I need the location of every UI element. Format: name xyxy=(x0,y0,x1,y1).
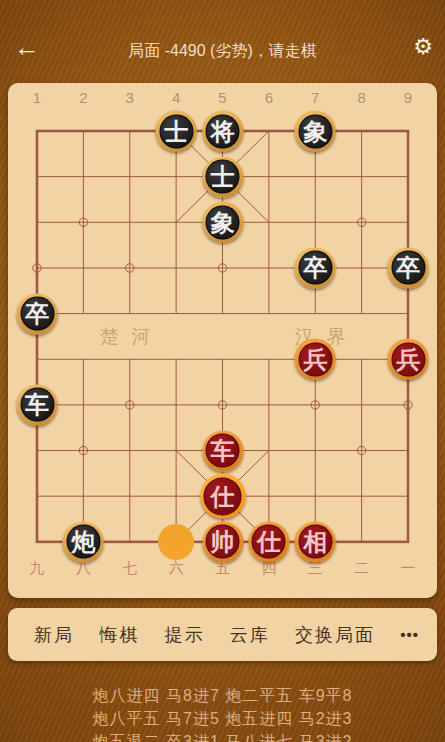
toolbar-item-2[interactable]: 悔棋 xyxy=(99,623,139,647)
file-label-bottom: 二 xyxy=(354,559,369,578)
file-number-top: 5 xyxy=(218,89,226,106)
piece-black-车[interactable]: 车 xyxy=(17,384,58,425)
piece-glyph: 将 xyxy=(206,114,240,148)
piece-black-士[interactable]: 士 xyxy=(156,111,197,152)
piece-glyph: 仕 xyxy=(252,525,286,559)
page-title: 局面 -4490 (劣势)，请走棋 xyxy=(0,41,445,62)
file-number-top: 1 xyxy=(33,89,41,106)
piece-glyph: 仕 xyxy=(204,477,242,515)
move-line: 炮八平五 马7进5 炮五进四 马2进3 xyxy=(0,707,445,730)
xiangqi-board[interactable]: 楚 河汉 界 123456789九八七六五四三二一 士将象士象卒卒卒兵兵车车仕炮… xyxy=(8,83,437,598)
piece-red-帅[interactable]: 帅 xyxy=(202,521,243,562)
piece-red-兵[interactable]: 兵 xyxy=(388,339,429,380)
file-label-bottom: 一 xyxy=(401,559,416,578)
piece-glyph: 兵 xyxy=(298,342,332,376)
file-number-top: 6 xyxy=(265,89,273,106)
piece-glyph: 相 xyxy=(298,525,332,559)
piece-red-相[interactable]: 相 xyxy=(295,521,336,562)
piece-glyph: 士 xyxy=(159,114,193,148)
file-label-bottom: 九 xyxy=(30,559,45,578)
piece-black-将[interactable]: 将 xyxy=(202,111,243,152)
piece-black-士[interactable]: 士 xyxy=(202,156,243,197)
piece-glyph: 卒 xyxy=(298,251,332,285)
toolbar-item-1[interactable]: 新局 xyxy=(34,623,74,647)
file-number-top: 9 xyxy=(404,89,412,106)
piece-glyph: 象 xyxy=(206,205,240,239)
piece-glyph: 象 xyxy=(298,114,332,148)
piece-black-象[interactable]: 象 xyxy=(202,202,243,243)
piece-glyph: 车 xyxy=(206,434,240,468)
move-line: 炮八进四 马8进7 炮二平五 车9平8 xyxy=(0,684,445,707)
file-number-top: 8 xyxy=(357,89,365,106)
settings-gear-icon[interactable]: ⚙ xyxy=(413,36,433,58)
piece-glyph: 兵 xyxy=(391,342,425,376)
bottom-toolbar: 新局悔棋提示云库交换局面••• xyxy=(8,608,437,661)
piece-black-卒[interactable]: 卒 xyxy=(295,247,336,288)
toolbar-item-3[interactable]: 提示 xyxy=(164,623,204,647)
piece-red-仕[interactable]: 仕 xyxy=(200,474,245,519)
top-bar: ← 局面 -4490 (劣势)，请走棋 ⚙ xyxy=(0,0,445,70)
piece-black-象[interactable]: 象 xyxy=(295,111,336,152)
piece-red-兵[interactable]: 兵 xyxy=(295,339,336,380)
file-label-bottom: 六 xyxy=(169,559,184,578)
piece-glyph: 士 xyxy=(206,160,240,194)
move-list: 炮八进四 马8进7 炮二平五 车9平8炮八平五 马7进5 炮五进四 马2进3炮五… xyxy=(0,684,445,742)
piece-black-卒[interactable]: 卒 xyxy=(388,247,429,288)
file-number-top: 3 xyxy=(126,89,134,106)
toolbar-more-button[interactable]: ••• xyxy=(400,626,419,643)
piece-black-炮[interactable]: 炮 xyxy=(63,521,104,562)
piece-glyph: 卒 xyxy=(20,297,54,331)
file-number-top: 2 xyxy=(79,89,87,106)
file-number-top: 4 xyxy=(172,89,180,106)
piece-glyph: 车 xyxy=(20,388,54,422)
file-label-bottom: 七 xyxy=(122,559,137,578)
last-move-from-marker xyxy=(158,524,194,560)
move-line: 炮五退二 卒3进1 马八进七 马3进2 xyxy=(0,730,445,742)
toolbar-item-4[interactable]: 云库 xyxy=(230,623,270,647)
piece-black-卒[interactable]: 卒 xyxy=(17,293,58,334)
river-text-left: 楚 河 xyxy=(100,326,155,347)
piece-glyph: 炮 xyxy=(66,525,100,559)
piece-glyph: 帅 xyxy=(206,525,240,559)
piece-red-车[interactable]: 车 xyxy=(202,430,243,471)
file-number-top: 7 xyxy=(311,89,319,106)
toolbar-item-5[interactable]: 交换局面 xyxy=(295,623,375,647)
piece-glyph: 卒 xyxy=(391,251,425,285)
piece-red-仕[interactable]: 仕 xyxy=(248,521,289,562)
